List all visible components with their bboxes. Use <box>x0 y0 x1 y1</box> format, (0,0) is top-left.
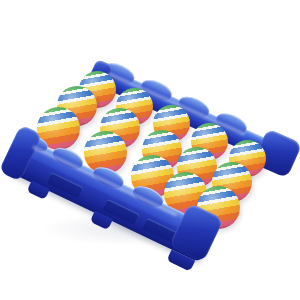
product-photo <box>0 0 300 300</box>
